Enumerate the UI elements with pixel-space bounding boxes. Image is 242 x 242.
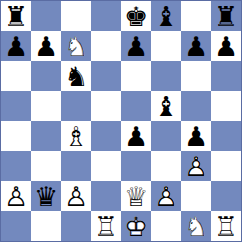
piece-outline-layer: ♙ [181,151,211,181]
piece-outline-layer: ♘ [61,31,91,61]
piece-fill-layer: ♟ [181,121,211,151]
square-g1[interactable]: ♞♘ [181,211,211,241]
square-g5[interactable] [181,91,211,121]
square-f4[interactable] [151,121,181,151]
square-c1[interactable] [61,211,91,241]
square-f5[interactable]: ♝ [151,91,181,121]
square-a8[interactable]: ♜ [1,1,31,31]
piece-black-queen[interactable]: ♛ [31,181,61,211]
square-f3[interactable] [151,151,181,181]
piece-fill-layer: ♟ [181,31,211,61]
square-g3[interactable]: ♟♙ [181,151,211,181]
piece-black-pawn[interactable]: ♟ [181,121,211,151]
piece-outline-layer: ♕ [121,181,151,211]
piece-white-knight[interactable]: ♞♘ [61,31,91,61]
piece-black-pawn[interactable]: ♟ [181,31,211,61]
square-b2[interactable]: ♛ [31,181,61,211]
piece-white-pawn[interactable]: ♟♙ [181,151,211,181]
piece-white-king[interactable]: ♚♔ [121,211,151,241]
square-b8[interactable] [31,1,61,31]
piece-black-pawn[interactable]: ♟ [121,121,151,151]
piece-fill-layer: ♟ [31,31,61,61]
square-a2[interactable]: ♟♙ [1,181,31,211]
square-d3[interactable] [91,151,121,181]
piece-outline-layer: ♔ [121,211,151,241]
square-c4[interactable]: ♝♗ [61,121,91,151]
square-d5[interactable] [91,91,121,121]
piece-outline-layer: ♙ [1,181,31,211]
square-h2[interactable] [211,181,241,211]
square-d7[interactable] [91,31,121,61]
square-f8[interactable]: ♝ [151,1,181,31]
square-g6[interactable] [181,61,211,91]
square-d6[interactable] [91,61,121,91]
square-h6[interactable] [211,61,241,91]
square-a5[interactable] [1,91,31,121]
piece-black-pawn[interactable]: ♟ [121,31,151,61]
piece-fill-layer: ♟ [121,31,151,61]
square-e4[interactable]: ♟ [121,121,151,151]
piece-black-knight[interactable]: ♞ [61,61,91,91]
piece-white-knight[interactable]: ♞♘ [181,211,211,241]
piece-fill-layer: ♟ [211,31,241,61]
square-a1[interactable] [1,211,31,241]
piece-fill-layer: ♟ [1,31,31,61]
square-h8[interactable]: ♜ [211,1,241,31]
piece-outline-layer: ♖ [211,211,241,241]
piece-fill-layer: ♞ [61,61,91,91]
square-d8[interactable] [91,1,121,31]
piece-outline-layer: ♙ [151,181,181,211]
piece-white-pawn[interactable]: ♟♙ [1,181,31,211]
square-c2[interactable]: ♟♙ [61,181,91,211]
square-c6[interactable]: ♞ [61,61,91,91]
piece-fill-layer: ♟ [121,121,151,151]
square-c5[interactable] [61,91,91,121]
square-e5[interactable] [121,91,151,121]
square-e3[interactable] [121,151,151,181]
square-a4[interactable] [1,121,31,151]
piece-black-bishop[interactable]: ♝ [151,1,181,31]
piece-white-queen[interactable]: ♛♕ [121,181,151,211]
square-c8[interactable] [61,1,91,31]
square-a6[interactable] [1,61,31,91]
piece-outline-layer: ♙ [61,181,91,211]
piece-white-pawn[interactable]: ♟♙ [151,181,181,211]
square-d4[interactable] [91,121,121,151]
square-e1[interactable]: ♚♔ [121,211,151,241]
square-g4[interactable]: ♟ [181,121,211,151]
square-e6[interactable] [121,61,151,91]
square-c3[interactable] [61,151,91,181]
piece-black-bishop[interactable]: ♝ [151,91,181,121]
square-b6[interactable] [31,61,61,91]
square-h1[interactable]: ♜♖ [211,211,241,241]
piece-black-rook[interactable]: ♜ [1,1,31,31]
square-h5[interactable] [211,91,241,121]
square-a7[interactable]: ♟ [1,31,31,61]
piece-black-pawn[interactable]: ♟ [31,31,61,61]
piece-fill-layer: ♜ [211,1,241,31]
piece-fill-layer: ♚ [121,1,151,31]
square-f1[interactable] [151,211,181,241]
square-g2[interactable] [181,181,211,211]
square-b4[interactable] [31,121,61,151]
square-d1[interactable]: ♜♖ [91,211,121,241]
piece-white-bishop[interactable]: ♝♗ [61,121,91,151]
piece-fill-layer: ♝ [151,1,181,31]
square-e2[interactable]: ♛♕ [121,181,151,211]
piece-outline-layer: ♗ [61,121,91,151]
chess-board: ♜♚♝♜♟♟♞♘♟♟♟♞♝♝♗♟♟♟♙♟♙♛♟♙♛♕♟♙♜♖♚♔♞♘♜♖ [0,0,242,242]
piece-white-rook[interactable]: ♜♖ [211,211,241,241]
piece-black-pawn[interactable]: ♟ [1,31,31,61]
square-e8[interactable]: ♚ [121,1,151,31]
square-f2[interactable]: ♟♙ [151,181,181,211]
square-b7[interactable]: ♟ [31,31,61,61]
square-f7[interactable] [151,31,181,61]
square-f6[interactable] [151,61,181,91]
piece-outline-layer: ♖ [91,211,121,241]
piece-white-rook[interactable]: ♜♖ [91,211,121,241]
square-e7[interactable]: ♟ [121,31,151,61]
piece-fill-layer: ♛ [31,181,61,211]
piece-black-rook[interactable]: ♜ [211,1,241,31]
square-c7[interactable]: ♞♘ [61,31,91,61]
square-b5[interactable] [31,91,61,121]
piece-fill-layer: ♝ [151,91,181,121]
square-b3[interactable] [31,151,61,181]
piece-black-pawn[interactable]: ♟ [211,31,241,61]
square-h3[interactable] [211,151,241,181]
square-a3[interactable] [1,151,31,181]
piece-outline-layer: ♘ [181,211,211,241]
square-d2[interactable] [91,181,121,211]
square-b1[interactable] [31,211,61,241]
square-h7[interactable]: ♟ [211,31,241,61]
piece-black-king[interactable]: ♚ [121,1,151,31]
piece-white-pawn[interactable]: ♟♙ [61,181,91,211]
square-g7[interactable]: ♟ [181,31,211,61]
square-h4[interactable] [211,121,241,151]
square-g8[interactable] [181,1,211,31]
piece-fill-layer: ♜ [1,1,31,31]
